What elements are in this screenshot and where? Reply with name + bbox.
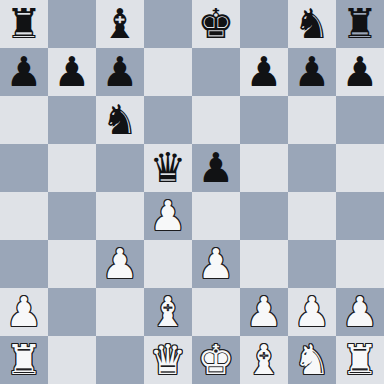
square-f8[interactable]	[240, 0, 288, 48]
square-a6[interactable]	[0, 96, 48, 144]
piece-black-pawn[interactable]: ♟	[102, 48, 139, 96]
piece-white-pawn[interactable]: ♟	[198, 240, 235, 288]
square-h8[interactable]: ♜	[336, 0, 384, 48]
square-d1[interactable]: ♛	[144, 336, 192, 384]
piece-black-knight[interactable]: ♞	[102, 96, 139, 144]
piece-white-rook[interactable]: ♜	[6, 336, 43, 384]
square-h5[interactable]	[336, 144, 384, 192]
square-b3[interactable]	[48, 240, 96, 288]
piece-black-knight[interactable]: ♞	[294, 0, 331, 48]
piece-black-pawn[interactable]: ♟	[342, 48, 379, 96]
square-g8[interactable]: ♞	[288, 0, 336, 48]
piece-black-pawn[interactable]: ♟	[54, 48, 91, 96]
square-c7[interactable]: ♟	[96, 48, 144, 96]
square-a4[interactable]	[0, 192, 48, 240]
piece-white-bishop[interactable]: ♝	[150, 288, 187, 336]
square-a2[interactable]: ♟	[0, 288, 48, 336]
square-h3[interactable]	[336, 240, 384, 288]
square-d4[interactable]: ♟	[144, 192, 192, 240]
piece-black-rook[interactable]: ♜	[342, 0, 379, 48]
square-f6[interactable]	[240, 96, 288, 144]
piece-white-pawn[interactable]: ♟	[102, 240, 139, 288]
piece-black-pawn[interactable]: ♟	[198, 144, 235, 192]
piece-black-bishop[interactable]: ♝	[102, 0, 139, 48]
square-g4[interactable]	[288, 192, 336, 240]
square-e1[interactable]: ♚	[192, 336, 240, 384]
square-g7[interactable]: ♟	[288, 48, 336, 96]
square-b8[interactable]	[48, 0, 96, 48]
piece-white-knight[interactable]: ♞	[294, 336, 331, 384]
square-f2[interactable]: ♟	[240, 288, 288, 336]
square-c6[interactable]: ♞	[96, 96, 144, 144]
square-a1[interactable]: ♜	[0, 336, 48, 384]
piece-white-pawn[interactable]: ♟	[342, 288, 379, 336]
piece-white-bishop[interactable]: ♝	[246, 336, 283, 384]
square-d5[interactable]: ♛	[144, 144, 192, 192]
square-h2[interactable]: ♟	[336, 288, 384, 336]
square-g3[interactable]	[288, 240, 336, 288]
piece-white-pawn[interactable]: ♟	[150, 192, 187, 240]
piece-white-king[interactable]: ♚	[198, 336, 235, 384]
square-a7[interactable]: ♟	[0, 48, 48, 96]
square-g6[interactable]	[288, 96, 336, 144]
square-b1[interactable]	[48, 336, 96, 384]
piece-black-pawn[interactable]: ♟	[6, 48, 43, 96]
square-g1[interactable]: ♞	[288, 336, 336, 384]
piece-white-pawn[interactable]: ♟	[246, 288, 283, 336]
square-e8[interactable]: ♚	[192, 0, 240, 48]
square-a3[interactable]	[0, 240, 48, 288]
square-c3[interactable]: ♟	[96, 240, 144, 288]
square-d2[interactable]: ♝	[144, 288, 192, 336]
square-e6[interactable]	[192, 96, 240, 144]
piece-black-king[interactable]: ♚	[198, 0, 235, 48]
piece-white-queen[interactable]: ♛	[150, 336, 187, 384]
square-h6[interactable]	[336, 96, 384, 144]
square-d6[interactable]	[144, 96, 192, 144]
square-e4[interactable]	[192, 192, 240, 240]
square-e2[interactable]	[192, 288, 240, 336]
square-h7[interactable]: ♟	[336, 48, 384, 96]
square-h1[interactable]: ♜	[336, 336, 384, 384]
piece-white-rook[interactable]: ♜	[342, 336, 379, 384]
square-g2[interactable]: ♟	[288, 288, 336, 336]
square-c2[interactable]	[96, 288, 144, 336]
piece-white-pawn[interactable]: ♟	[294, 288, 331, 336]
square-f5[interactable]	[240, 144, 288, 192]
square-c4[interactable]	[96, 192, 144, 240]
square-b5[interactable]	[48, 144, 96, 192]
square-g5[interactable]	[288, 144, 336, 192]
piece-black-pawn[interactable]: ♟	[294, 48, 331, 96]
square-c1[interactable]	[96, 336, 144, 384]
square-b2[interactable]	[48, 288, 96, 336]
piece-black-pawn[interactable]: ♟	[246, 48, 283, 96]
square-a8[interactable]: ♜	[0, 0, 48, 48]
square-h4[interactable]	[336, 192, 384, 240]
square-b6[interactable]	[48, 96, 96, 144]
piece-black-queen[interactable]: ♛	[150, 144, 187, 192]
square-d3[interactable]	[144, 240, 192, 288]
chess-board: ♜♝♚♞♜♟♟♟♟♟♟♞♛♟♟♟♟♟♝♟♟♟♜♛♚♝♞♜	[0, 0, 384, 384]
square-a5[interactable]	[0, 144, 48, 192]
square-d8[interactable]	[144, 0, 192, 48]
square-f7[interactable]: ♟	[240, 48, 288, 96]
square-e5[interactable]: ♟	[192, 144, 240, 192]
square-f3[interactable]	[240, 240, 288, 288]
square-c8[interactable]: ♝	[96, 0, 144, 48]
piece-white-pawn[interactable]: ♟	[6, 288, 43, 336]
square-e7[interactable]	[192, 48, 240, 96]
square-f4[interactable]	[240, 192, 288, 240]
square-b4[interactable]	[48, 192, 96, 240]
square-f1[interactable]: ♝	[240, 336, 288, 384]
square-e3[interactable]: ♟	[192, 240, 240, 288]
square-c5[interactable]	[96, 144, 144, 192]
piece-black-rook[interactable]: ♜	[6, 0, 43, 48]
square-b7[interactable]: ♟	[48, 48, 96, 96]
square-d7[interactable]	[144, 48, 192, 96]
